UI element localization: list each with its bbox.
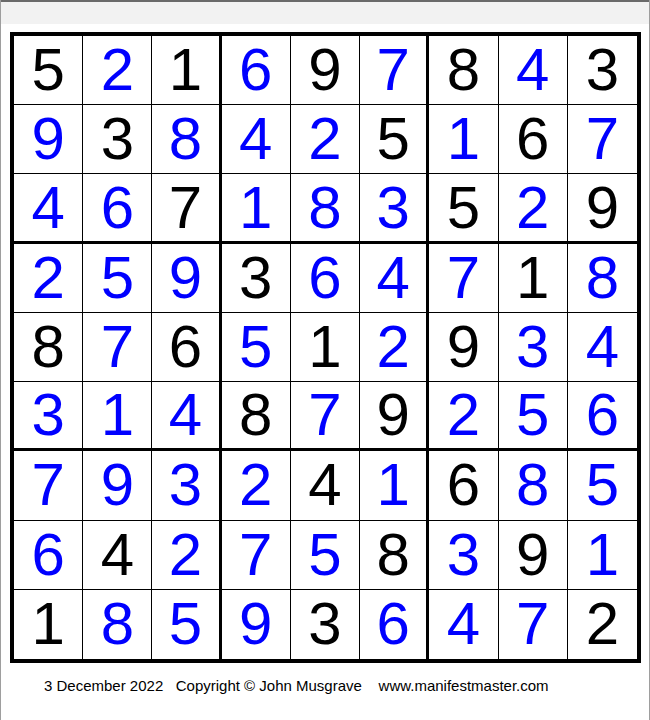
- cell-r9c3: 5: [152, 590, 221, 659]
- cell-r5c8: 3: [499, 313, 568, 382]
- cell-r2c4: 4: [222, 105, 291, 174]
- cell-r8c4: 7: [222, 521, 291, 590]
- cell-r6c7: 2: [429, 382, 498, 451]
- cell-r8c8: 9: [499, 521, 568, 590]
- cell-r2c2: 3: [83, 105, 152, 174]
- cell-r1c2: 2: [83, 36, 152, 105]
- cell-r6c1: 3: [14, 382, 83, 451]
- cell-r2c6: 5: [360, 105, 429, 174]
- cell-r2c1: 9: [14, 105, 83, 174]
- cell-r3c8: 2: [499, 174, 568, 243]
- cell-r9c6: 6: [360, 590, 429, 659]
- cell-r5c1: 8: [14, 313, 83, 382]
- sudoku-board: 5216978439384251674671835292593647188765…: [10, 32, 641, 663]
- cell-r9c8: 7: [499, 590, 568, 659]
- cell-r9c1: 1: [14, 590, 83, 659]
- cell-r8c1: 6: [14, 521, 83, 590]
- cell-r1c9: 3: [568, 36, 637, 105]
- cell-r7c1: 7: [14, 451, 83, 520]
- cell-r2c3: 8: [152, 105, 221, 174]
- cell-r4c9: 8: [568, 244, 637, 313]
- cell-r9c4: 9: [222, 590, 291, 659]
- cell-r1c1: 5: [14, 36, 83, 105]
- cell-r6c9: 6: [568, 382, 637, 451]
- cell-r4c6: 4: [360, 244, 429, 313]
- cell-r6c5: 7: [291, 382, 360, 451]
- cell-r9c7: 4: [429, 590, 498, 659]
- cell-r8c9: 1: [568, 521, 637, 590]
- cell-r6c4: 8: [222, 382, 291, 451]
- cell-r6c8: 5: [499, 382, 568, 451]
- cell-r3c7: 5: [429, 174, 498, 243]
- cell-r5c7: 9: [429, 313, 498, 382]
- cell-r8c7: 3: [429, 521, 498, 590]
- cell-r2c7: 1: [429, 105, 498, 174]
- cell-r1c3: 1: [152, 36, 221, 105]
- cell-r5c3: 6: [152, 313, 221, 382]
- cell-r7c9: 5: [568, 451, 637, 520]
- cell-r7c6: 1: [360, 451, 429, 520]
- cell-r4c4: 3: [222, 244, 291, 313]
- cell-r1c5: 9: [291, 36, 360, 105]
- cell-r1c8: 4: [499, 36, 568, 105]
- cell-r7c8: 8: [499, 451, 568, 520]
- cell-r3c6: 3: [360, 174, 429, 243]
- cell-r5c5: 1: [291, 313, 360, 382]
- cell-r4c3: 9: [152, 244, 221, 313]
- cell-r4c8: 1: [499, 244, 568, 313]
- cell-r3c1: 4: [14, 174, 83, 243]
- cell-r8c2: 4: [83, 521, 152, 590]
- cell-r8c6: 8: [360, 521, 429, 590]
- cell-r2c5: 2: [291, 105, 360, 174]
- cell-r3c2: 6: [83, 174, 152, 243]
- cell-r7c3: 3: [152, 451, 221, 520]
- cell-r9c2: 8: [83, 590, 152, 659]
- cell-r2c8: 6: [499, 105, 568, 174]
- cell-r3c3: 7: [152, 174, 221, 243]
- cell-r3c4: 1: [222, 174, 291, 243]
- cell-r5c4: 5: [222, 313, 291, 382]
- cell-r3c9: 9: [568, 174, 637, 243]
- cell-r1c6: 7: [360, 36, 429, 105]
- cell-r4c5: 6: [291, 244, 360, 313]
- cell-r4c7: 7: [429, 244, 498, 313]
- cell-r9c5: 3: [291, 590, 360, 659]
- cell-r5c2: 7: [83, 313, 152, 382]
- cell-r5c6: 2: [360, 313, 429, 382]
- cell-r7c2: 9: [83, 451, 152, 520]
- cell-r7c4: 2: [222, 451, 291, 520]
- cell-r1c7: 8: [429, 36, 498, 105]
- cell-r5c9: 4: [568, 313, 637, 382]
- cell-r6c2: 1: [83, 382, 152, 451]
- cell-r4c2: 5: [83, 244, 152, 313]
- cell-r7c7: 6: [429, 451, 498, 520]
- horizontal-scrollbar[interactable]: [1, 0, 650, 24]
- cell-r6c6: 9: [360, 382, 429, 451]
- footer-credit: 3 December 2022 Copyright © John Musgrav…: [44, 677, 549, 694]
- cell-r8c3: 2: [152, 521, 221, 590]
- cell-r6c3: 4: [152, 382, 221, 451]
- cell-r9c9: 2: [568, 590, 637, 659]
- cell-r7c5: 4: [291, 451, 360, 520]
- cell-r8c5: 5: [291, 521, 360, 590]
- cell-r2c9: 7: [568, 105, 637, 174]
- cell-r3c5: 8: [291, 174, 360, 243]
- page: 5216978439384251674671835292593647188765…: [0, 0, 650, 720]
- cell-r4c1: 2: [14, 244, 83, 313]
- cell-r1c4: 6: [222, 36, 291, 105]
